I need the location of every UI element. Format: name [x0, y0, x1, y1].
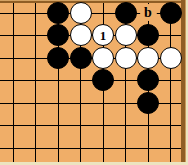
intersection — [159, 69, 182, 92]
white-stone-move-1: 1 — [92, 24, 114, 46]
intersection: 1 — [92, 24, 115, 47]
white-stone — [160, 47, 182, 69]
intersection — [47, 1, 70, 24]
board-right-edge — [181, 0, 186, 162]
intersection — [47, 69, 70, 92]
intersection — [137, 136, 160, 159]
point-label-b: b — [140, 4, 157, 21]
intersection — [47, 46, 70, 69]
intersection — [114, 114, 137, 137]
intersection — [92, 91, 115, 114]
go-board: b1 — [0, 0, 186, 162]
intersection — [24, 136, 47, 159]
intersection — [2, 24, 25, 47]
black-stone — [92, 69, 114, 91]
intersection — [137, 91, 160, 114]
intersection — [159, 136, 182, 159]
intersection — [159, 114, 182, 137]
intersection — [159, 1, 182, 24]
stone-grid: b1 — [2, 1, 182, 159]
black-stone — [137, 24, 159, 46]
intersection — [159, 91, 182, 114]
intersection — [137, 24, 160, 47]
white-stone — [70, 2, 92, 24]
intersection — [47, 114, 70, 137]
black-stone — [137, 69, 159, 91]
intersection — [69, 91, 92, 114]
intersection — [92, 1, 115, 24]
black-stone — [137, 92, 159, 114]
intersection — [47, 91, 70, 114]
intersection — [24, 114, 47, 137]
white-stone — [115, 24, 137, 46]
white-stone — [70, 24, 92, 46]
intersection — [114, 91, 137, 114]
intersection — [137, 114, 160, 137]
black-stone — [47, 47, 69, 69]
intersection — [114, 136, 137, 159]
intersection — [92, 69, 115, 92]
diagram-frame: b1 — [0, 0, 188, 165]
intersection — [2, 91, 25, 114]
intersection — [159, 46, 182, 69]
intersection: b — [137, 1, 160, 24]
intersection — [24, 91, 47, 114]
intersection — [114, 24, 137, 47]
intersection — [114, 1, 137, 24]
intersection — [2, 46, 25, 69]
intersection — [2, 114, 25, 137]
intersection — [69, 46, 92, 69]
intersection — [24, 24, 47, 47]
intersection — [2, 1, 25, 24]
move-number-label: 1 — [100, 28, 107, 41]
intersection — [92, 46, 115, 69]
intersection — [24, 69, 47, 92]
black-stone — [70, 47, 92, 69]
intersection — [69, 69, 92, 92]
intersection — [137, 69, 160, 92]
white-stone — [92, 47, 114, 69]
intersection — [69, 114, 92, 137]
black-stone — [47, 24, 69, 46]
intersection — [69, 136, 92, 159]
white-stone — [137, 47, 159, 69]
intersection — [69, 1, 92, 24]
white-stone — [115, 47, 137, 69]
intersection — [24, 1, 47, 24]
black-stone — [160, 2, 182, 24]
intersection — [2, 69, 25, 92]
black-stone — [47, 2, 69, 24]
intersection — [114, 46, 137, 69]
intersection — [2, 136, 25, 159]
intersection — [47, 136, 70, 159]
intersection — [24, 46, 47, 69]
intersection — [137, 46, 160, 69]
intersection — [69, 24, 92, 47]
black-stone — [115, 2, 137, 24]
intersection — [159, 24, 182, 47]
intersection — [92, 136, 115, 159]
intersection — [47, 24, 70, 47]
intersection — [92, 114, 115, 137]
intersection — [114, 69, 137, 92]
